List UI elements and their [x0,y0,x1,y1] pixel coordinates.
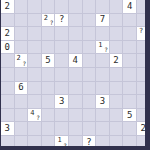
cell-r8c1[interactable] [1,95,15,109]
cell-r5c10[interactable] [123,54,137,68]
cell-r5c3[interactable] [28,54,42,68]
cell-r11c8[interactable] [96,136,110,146]
cell-r11c5: 1? [55,136,69,146]
cell-r10c2[interactable] [15,122,29,136]
cell-r3c2[interactable] [15,27,29,41]
cell-r9c7[interactable] [83,109,97,123]
cell-r4c1: 0 [1,41,15,55]
cell-r4c4[interactable] [42,41,56,55]
cell-r3c7[interactable] [83,27,97,41]
cell-r1c4[interactable] [42,0,56,14]
cell-r7c1[interactable] [1,82,15,96]
clue-value: ? [83,136,96,146]
cell-r10c11: 2 [137,122,145,136]
question-mark-annotation: ? [63,143,67,146]
cell-r3c1: 2 [1,27,15,41]
clue-value: 2 [110,54,123,67]
cell-r10c1: 3 [1,122,15,136]
clue-value: 3 [96,95,109,108]
cell-r8c2[interactable] [15,95,29,109]
cell-r9c10: 5 [123,109,137,123]
cell-r4c10[interactable] [123,41,137,55]
cell-r10c9[interactable] [110,122,124,136]
cell-r7c6[interactable] [69,82,83,96]
cell-r7c10[interactable] [123,82,137,96]
cell-r10c10[interactable] [123,122,137,136]
cell-r8c4[interactable] [42,95,56,109]
cell-r4c2[interactable] [15,41,29,55]
cell-r11c1[interactable] [1,136,15,146]
cell-r11c3[interactable] [28,136,42,146]
cell-r11c9[interactable] [110,136,124,146]
cell-r4c8: 1? [96,41,110,55]
cell-r2c11[interactable] [137,14,145,28]
cell-r2c2[interactable] [15,14,29,28]
clue-value: 4 [123,0,136,13]
cell-r11c10[interactable] [123,136,137,146]
question-mark-annotation: ? [50,20,54,26]
cell-r5c8[interactable] [96,54,110,68]
cell-r8c6[interactable] [69,95,83,109]
cell-r2c1[interactable] [1,14,15,28]
cell-r6c10[interactable] [123,68,137,82]
cell-r9c9[interactable] [110,109,124,123]
cell-r1c7[interactable] [83,0,97,14]
cell-r8c9[interactable] [110,95,124,109]
cell-r5c5[interactable] [55,54,69,68]
cell-r3c8[interactable] [96,27,110,41]
cell-r2c4: 2? [42,14,56,28]
cell-r9c4[interactable] [42,109,56,123]
cell-r2c8: 7 [96,14,110,28]
cell-r7c3[interactable] [28,82,42,96]
cell-r11c7: ? [83,136,97,146]
cell-r2c6[interactable] [69,14,83,28]
cell-r6c8[interactable] [96,68,110,82]
cell-r3c6[interactable] [69,27,83,41]
question-mark-annotation: ? [36,115,40,121]
cell-r6c7[interactable] [83,68,97,82]
cell-r9c1[interactable] [1,109,15,123]
cell-r9c11[interactable] [137,109,145,123]
puzzle-board: 242??72??01?2?5426334?5321?? [1,0,145,146]
cell-r8c3[interactable] [28,95,42,109]
cell-r10c4[interactable] [42,122,56,136]
cell-r3c11: ?? [137,27,145,41]
cell-r3c10[interactable] [123,27,137,41]
cell-r8c7[interactable] [83,95,97,109]
cell-r1c11[interactable] [137,0,145,14]
cell-r1c1: 2 [1,0,15,14]
clue-value: 3 [55,95,68,108]
cell-r10c5[interactable] [55,122,69,136]
clue-value: ? [137,27,145,40]
cell-r7c11[interactable] [137,82,145,96]
clue-value: 2 [1,0,14,13]
cell-r4c9[interactable] [110,41,124,55]
cell-r10c7[interactable] [83,122,97,136]
cell-r11c4[interactable] [42,136,56,146]
cell-r5c1[interactable] [1,54,15,68]
cell-r1c6[interactable] [69,0,83,14]
clue-value: ? [55,14,68,27]
cell-r8c10[interactable] [123,95,137,109]
cell-r8c8: 3 [96,95,110,109]
cell-r9c8[interactable] [96,109,110,123]
cell-r7c5[interactable] [55,82,69,96]
cell-r4c3[interactable] [28,41,42,55]
question-mark-annotation: ? [104,47,108,53]
clue-value: 5 [42,54,55,67]
cell-r1c8[interactable] [96,0,110,14]
cell-r6c11[interactable] [137,68,145,82]
cell-r10c3[interactable] [28,122,42,136]
cell-r2c7[interactable] [83,14,97,28]
cell-r11c6[interactable] [69,136,83,146]
cell-r2c9[interactable] [110,14,124,28]
puzzle-grid: 242??72??01?2?5426334?5321?? [1,0,145,146]
cell-r9c6[interactable] [69,109,83,123]
cell-r2c5: ? [55,14,69,28]
cell-r2c3[interactable] [28,14,42,28]
cell-r7c8[interactable] [96,82,110,96]
cell-r7c7[interactable] [83,82,97,96]
cell-r3c4[interactable] [42,27,56,41]
cell-r8c5: 3 [55,95,69,109]
cell-r11c2[interactable] [15,136,29,146]
cell-r9c3: 4? [28,109,42,123]
cell-r6c3[interactable] [28,68,42,82]
cell-r7c9[interactable] [110,82,124,96]
cell-r1c3[interactable] [28,0,42,14]
cell-r6c5[interactable] [55,68,69,82]
clue-value: 2 [1,27,14,40]
question-mark-annotation: ? [23,61,27,67]
cell-r9c2[interactable] [15,109,29,123]
cell-r2c10[interactable] [123,14,137,28]
cell-r5c9: 2 [110,54,124,68]
cell-r4c5[interactable] [55,41,69,55]
cell-r3c9[interactable] [110,27,124,41]
clue-value: 0 [1,41,14,54]
cell-r5c7[interactable] [83,54,97,68]
cell-r6c6[interactable] [69,68,83,82]
clue-value: 7 [96,14,109,27]
cell-r3c3[interactable] [28,27,42,41]
clue-value: 3 [1,122,14,135]
cell-r1c9[interactable] [110,0,124,14]
cell-r6c2[interactable] [15,68,29,82]
cell-r4c7[interactable] [83,41,97,55]
cell-r8c11[interactable] [137,95,145,109]
clue-value: 5 [123,109,136,122]
cell-r6c9[interactable] [110,68,124,82]
cell-r1c5[interactable] [55,0,69,14]
app-background: 242??72??01?2?5426334?5321?? [0,0,150,150]
cell-r10c6[interactable] [69,122,83,136]
cell-r1c10: 4 [123,0,137,14]
cell-r10c8[interactable] [96,122,110,136]
clue-value: 6 [15,82,28,95]
cell-r7c2: 6 [15,82,29,96]
cell-r6c1[interactable] [1,68,15,82]
cell-r5c11[interactable] [137,54,145,68]
clue-value: 2 [137,122,145,135]
clue-value: 4 [69,54,82,67]
cell-r4c6[interactable] [69,41,83,55]
cell-r5c2: 2? [15,54,29,68]
cell-r3c5[interactable] [55,27,69,41]
cell-r7c4[interactable] [42,82,56,96]
cell-r5c4: 5 [42,54,56,68]
cell-r4c11[interactable] [137,41,145,55]
cell-r6c4[interactable] [42,68,56,82]
cell-r9c5[interactable] [55,109,69,123]
cell-r11c11[interactable] [137,136,145,146]
cell-r5c6: 4 [69,54,83,68]
cell-r1c2[interactable] [15,0,29,14]
